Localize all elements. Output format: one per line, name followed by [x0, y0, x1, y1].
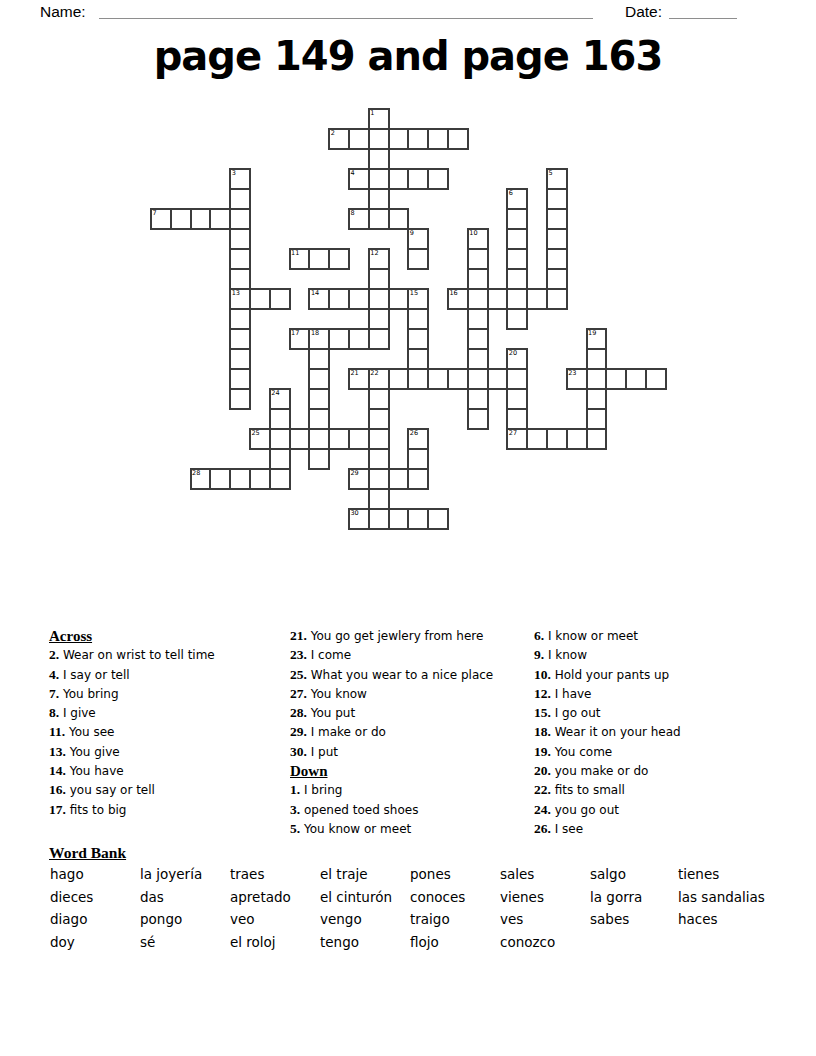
cell-r7c13[interactable] [408, 249, 428, 269]
cell-number: 13 [232, 290, 240, 297]
clue-across-14: 14. You have [49, 763, 287, 782]
cell-r3c11[interactable] [369, 169, 389, 189]
cell-r1c13[interactable] [408, 129, 428, 149]
clue-across-27: 27. You know [290, 686, 532, 705]
clue-text: I make or do [307, 725, 386, 739]
cell-number: 22 [370, 370, 378, 377]
clue-down-18: 18. Wear it on your head [534, 724, 794, 743]
cell-r12c4[interactable] [230, 349, 250, 369]
cell-r7c16[interactable] [468, 249, 488, 269]
clue-across-16: 16. you say or tell [49, 782, 287, 801]
cell-r16c11[interactable] [369, 429, 389, 449]
word-bank-item: pones [410, 866, 500, 889]
clue-text: Wear on wrist to tell time [59, 648, 215, 662]
cell-r1c14[interactable] [428, 129, 448, 149]
clue-text: I come [307, 648, 351, 662]
cell-number: 9 [410, 230, 414, 237]
cell-r11c13[interactable] [408, 329, 428, 349]
cell-r13c12[interactable] [389, 369, 409, 389]
cell-r16c8[interactable] [309, 429, 329, 449]
clue-down-12: 12. I have [534, 686, 794, 705]
cell-r18c13[interactable] [408, 469, 428, 489]
word-bank-item: tienes [678, 866, 808, 889]
cell-r8c4[interactable] [230, 269, 250, 289]
word-bank-item: conoces [410, 889, 500, 912]
cell-r14c22[interactable] [587, 389, 607, 409]
cell-number: 2 [331, 130, 335, 137]
clue-text: I bring [300, 783, 342, 797]
cell-r8c18[interactable] [507, 269, 527, 289]
cell-number: 25 [251, 430, 259, 437]
cell-r9c13[interactable]: 15 [408, 289, 428, 309]
cell-r14c6[interactable]: 24 [270, 389, 290, 409]
clue-text: You go get jewlery from here [307, 629, 483, 643]
cell-r8c11[interactable] [369, 269, 389, 289]
cell-number: 28 [192, 470, 200, 477]
clue-text: I give [59, 706, 96, 720]
cell-r9c19[interactable] [527, 289, 547, 309]
cell-r14c16[interactable] [468, 389, 488, 409]
cell-r8c20[interactable] [547, 269, 567, 289]
word-bank-item: veo [230, 911, 320, 934]
cell-r13c18[interactable] [507, 369, 527, 389]
word-bank: hagola joyeríatraesel trajeponessalessal… [50, 866, 808, 956]
cell-r10c4[interactable] [230, 309, 250, 329]
cell-number: 4 [350, 170, 354, 177]
down-header: Down [290, 763, 532, 782]
cell-number: 10 [469, 230, 477, 237]
clue-down-6: 6. I know or meet [534, 628, 794, 647]
cell-r12c13[interactable] [408, 349, 428, 369]
cell-r13c21[interactable]: 23 [567, 369, 587, 389]
clue-text: I have [551, 687, 592, 701]
cell-r7c20[interactable] [547, 249, 567, 269]
clue-number: 26. [534, 821, 551, 836]
cell-r3c12[interactable] [389, 169, 409, 189]
cell-r6c18[interactable] [507, 229, 527, 249]
clue-across-7: 7. You bring [49, 686, 287, 705]
clue-number: 30. [290, 744, 307, 759]
cell-r11c7[interactable]: 17 [290, 329, 310, 349]
clue-number: 3. [290, 802, 300, 817]
cell-number: 19 [588, 330, 596, 337]
word-bank-header: Word Bank [49, 844, 126, 862]
cell-r20c11[interactable] [369, 509, 389, 529]
clue-number: 13. [49, 744, 66, 759]
clue-column-2: 21. You go get jewlery from here23. I co… [290, 628, 532, 840]
cell-r10c16[interactable] [468, 309, 488, 329]
clue-across-13: 13. You give [49, 744, 287, 763]
cell-r18c11[interactable] [369, 469, 389, 489]
cell-r9c15[interactable]: 16 [448, 289, 468, 309]
cell-number: 16 [449, 290, 457, 297]
cell-r15c16[interactable] [468, 409, 488, 429]
cell-number: 14 [311, 290, 319, 297]
cell-r1c9[interactable]: 2 [329, 129, 349, 149]
cell-r5c20[interactable] [547, 209, 567, 229]
clue-number: 15. [534, 705, 551, 720]
cell-r6c13[interactable]: 9 [408, 229, 428, 249]
cell-r1c15[interactable] [448, 129, 468, 149]
cell-r5c3[interactable] [210, 209, 230, 229]
word-bank-item: tengo [320, 934, 410, 957]
cell-r9c9[interactable] [329, 289, 349, 309]
clue-number: 14. [49, 763, 66, 778]
cell-r9c12[interactable] [389, 289, 409, 309]
cell-r18c10[interactable]: 29 [349, 469, 369, 489]
word-bank-item: vienes [500, 889, 590, 912]
cell-r18c12[interactable] [389, 469, 409, 489]
cell-r1c12[interactable] [389, 129, 409, 149]
clue-text: Hold your pants up [551, 668, 669, 682]
cell-r16c6[interactable] [270, 429, 290, 449]
clue-column-3: 6. I know or meet9. I know10. Hold your … [534, 628, 794, 840]
cell-r10c11[interactable] [369, 309, 389, 329]
cell-r16c19[interactable] [527, 429, 547, 449]
word-bank-item: dieces [50, 889, 140, 912]
cell-r11c10[interactable] [349, 329, 369, 349]
clue-number: 9. [534, 647, 544, 662]
cell-r16c22[interactable] [587, 429, 607, 449]
cell-r17c8[interactable] [309, 449, 329, 469]
cell-r7c4[interactable] [230, 249, 250, 269]
cell-r16c20[interactable] [547, 429, 567, 449]
cell-r3c14[interactable] [428, 169, 448, 189]
clue-text: You put [307, 706, 355, 720]
cell-r14c18[interactable] [507, 389, 527, 409]
cell-r3c20[interactable]: 5 [547, 169, 567, 189]
clue-column-1: Across2. Wear on wrist to tell time4. I … [49, 628, 287, 821]
cell-r16c5[interactable]: 25 [250, 429, 270, 449]
clue-number: 5. [290, 821, 300, 836]
cell-r11c8[interactable]: 18 [309, 329, 329, 349]
clue-text: I see [551, 822, 583, 836]
clue-text: You know [307, 687, 367, 701]
word-bank-item: traigo [410, 911, 500, 934]
cell-r13c4[interactable] [230, 369, 250, 389]
clue-text: you say or tell [66, 783, 155, 797]
word-bank-item: doy [50, 934, 140, 957]
cell-r9c17[interactable] [488, 289, 508, 309]
cell-number: 5 [548, 170, 552, 177]
clue-down-1: 1. I bring [290, 782, 532, 801]
cell-r5c0[interactable]: 7 [151, 209, 171, 229]
cell-number: 27 [509, 430, 517, 437]
name-label: Name: [40, 3, 86, 21]
cell-r9c8[interactable]: 14 [309, 289, 329, 309]
cell-r6c16[interactable]: 10 [468, 229, 488, 249]
clue-text: opened toed shoes [300, 803, 418, 817]
cell-r5c1[interactable] [171, 209, 191, 229]
clue-text: you make or do [551, 764, 649, 778]
cell-r9c4[interactable]: 13 [230, 289, 250, 309]
clue-number: 29. [290, 724, 307, 739]
cell-number: 26 [410, 430, 418, 437]
cell-r13c25[interactable] [646, 369, 666, 389]
cell-r7c7[interactable]: 11 [290, 249, 310, 269]
clue-across-25: 25. What you wear to a nice place [290, 667, 532, 686]
clue-number: 10. [534, 667, 551, 682]
cell-r18c3[interactable] [210, 469, 230, 489]
word-bank-item: el traje [320, 866, 410, 889]
clue-text: You come [551, 745, 612, 759]
cell-r5c11[interactable] [369, 209, 389, 229]
cell-r14c4[interactable] [230, 389, 250, 409]
clue-text: fits to small [551, 783, 625, 797]
clue-across-17: 17. fits to big [49, 802, 287, 821]
clue-number: 20. [534, 763, 551, 778]
clue-across-2: 2. Wear on wrist to tell time [49, 647, 287, 666]
cell-number: 12 [370, 250, 378, 257]
cell-r13c16[interactable] [468, 369, 488, 389]
clue-text: I know or meet [544, 629, 638, 643]
cell-r3c13[interactable] [408, 169, 428, 189]
cell-r13c13[interactable] [408, 369, 428, 389]
clue-number: 17. [49, 802, 66, 817]
cell-r15c22[interactable] [587, 409, 607, 429]
cell-r15c18[interactable] [507, 409, 527, 429]
cell-r7c9[interactable] [329, 249, 349, 269]
word-bank-item: ves [500, 911, 590, 934]
cell-number: 20 [509, 350, 517, 357]
clue-number: 27. [290, 686, 307, 701]
cell-number: 1 [370, 110, 374, 117]
cell-r12c16[interactable] [468, 349, 488, 369]
cell-r9c18[interactable] [507, 289, 527, 309]
cell-r16c10[interactable] [349, 429, 369, 449]
clue-text: You give [66, 745, 120, 759]
across-header: Across [49, 628, 287, 647]
cell-number: 11 [291, 250, 299, 257]
cell-r5c4[interactable] [230, 209, 250, 229]
cell-r19c11[interactable] [369, 489, 389, 509]
cell-r4c11[interactable] [369, 189, 389, 209]
cell-number: 29 [350, 470, 358, 477]
cell-r16c21[interactable] [567, 429, 587, 449]
cell-number: 15 [410, 290, 418, 297]
clue-number: 16. [49, 782, 66, 797]
cell-number: 6 [509, 190, 513, 197]
cell-r9c20[interactable] [547, 289, 567, 309]
word-bank-item: das [140, 889, 230, 912]
word-bank-item: sales [500, 866, 590, 889]
cell-r9c6[interactable] [270, 289, 290, 309]
cell-r16c13[interactable]: 26 [408, 429, 428, 449]
clue-down-5: 5. You know or meet [290, 821, 532, 840]
clue-number: 28. [290, 705, 307, 720]
clue-number: 4. [49, 667, 59, 682]
clue-number: 23. [290, 647, 307, 662]
cell-number: 18 [311, 330, 319, 337]
cell-r11c22[interactable]: 19 [587, 329, 607, 349]
word-bank-item: hago [50, 866, 140, 889]
cell-r13c14[interactable] [428, 369, 448, 389]
clue-number: 22. [534, 782, 551, 797]
cell-r7c18[interactable] [507, 249, 527, 269]
word-bank-item: flojo [410, 934, 500, 957]
word-bank-item: salgo [590, 866, 678, 889]
clue-down-24: 24. you go out [534, 802, 794, 821]
cell-r7c11[interactable]: 12 [369, 249, 389, 269]
cell-r13c15[interactable] [448, 369, 468, 389]
cell-r1c11[interactable] [369, 129, 389, 149]
clue-number: 18. [534, 724, 551, 739]
cell-r11c4[interactable] [230, 329, 250, 349]
cell-r13c17[interactable] [488, 369, 508, 389]
clue-across-8: 8. I give [49, 705, 287, 724]
clue-down-9: 9. I know [534, 647, 794, 666]
cell-r10c18[interactable] [507, 309, 527, 329]
word-bank-item: conozco [500, 934, 590, 957]
cell-r9c11[interactable] [369, 289, 389, 309]
date-fill-line[interactable] [669, 2, 737, 19]
clue-across-28: 28. You put [290, 705, 532, 724]
cell-r18c6[interactable] [270, 469, 290, 489]
cell-r6c4[interactable] [230, 229, 250, 249]
word-bank-item: traes [230, 866, 320, 889]
clue-text: I say or tell [59, 668, 130, 682]
word-bank-item: el cinturón [320, 889, 410, 912]
cell-r9c5[interactable] [250, 289, 270, 309]
clue-across-4: 4. I say or tell [49, 667, 287, 686]
cell-r2c11[interactable] [369, 149, 389, 169]
cell-number: 3 [232, 170, 236, 177]
clue-across-11: 11. You see [49, 724, 287, 743]
cell-r9c16[interactable] [468, 289, 488, 309]
clue-text: You see [65, 725, 114, 739]
clue-across-21: 21. You go get jewlery from here [290, 628, 532, 647]
word-bank-item: pongo [140, 911, 230, 934]
clue-across-30: 30. I put [290, 744, 532, 763]
cell-r13c10[interactable]: 21 [349, 369, 369, 389]
cell-r20c12[interactable] [389, 509, 409, 529]
word-bank-item: la joyería [140, 866, 230, 889]
cell-r14c8[interactable] [309, 389, 329, 409]
word-bank-item: el roloj [230, 934, 320, 957]
name-fill-line[interactable] [99, 2, 593, 19]
cell-r13c8[interactable] [309, 369, 329, 389]
crossword-grid: 1234567891011121314151617181920212223242… [151, 109, 666, 529]
clue-number: 24. [534, 802, 551, 817]
clue-text: What you wear to a nice place [307, 668, 493, 682]
cell-r15c11[interactable] [369, 409, 389, 429]
clue-down-10: 10. Hold your pants up [534, 667, 794, 686]
cell-r17c11[interactable] [369, 449, 389, 469]
clue-text: I go out [551, 706, 601, 720]
clue-across-29: 29. I make or do [290, 724, 532, 743]
cell-r8c16[interactable] [468, 269, 488, 289]
cell-r11c9[interactable] [329, 329, 349, 349]
clue-number: 2. [49, 647, 59, 662]
cell-r20c13[interactable] [408, 509, 428, 529]
cell-number: 24 [271, 390, 279, 397]
cell-r15c6[interactable] [270, 409, 290, 429]
cell-r1c10[interactable] [349, 129, 369, 149]
clue-text: You have [66, 764, 124, 778]
clue-text: You bring [59, 687, 118, 701]
clue-down-19: 19. You come [534, 744, 794, 763]
cell-r5c18[interactable] [507, 209, 527, 229]
cell-r18c5[interactable] [250, 469, 270, 489]
clue-number: 21. [290, 628, 307, 643]
clue-text: I know [544, 648, 587, 662]
clue-down-20: 20. you make or do [534, 763, 794, 782]
cell-r10c13[interactable] [408, 309, 428, 329]
word-bank-item: haces [678, 911, 808, 934]
clue-across-23: 23. I come [290, 647, 532, 666]
cell-r17c6[interactable] [270, 449, 290, 469]
cell-r20c14[interactable] [428, 509, 448, 529]
cell-r17c13[interactable] [408, 449, 428, 469]
clue-text: You know or meet [300, 822, 411, 836]
cell-r4c20[interactable] [547, 189, 567, 209]
cell-number: 30 [350, 510, 358, 517]
clue-number: 6. [534, 628, 544, 643]
cell-r4c4[interactable] [230, 189, 250, 209]
cell-r13c23[interactable] [606, 369, 626, 389]
word-bank-item: vengo [320, 911, 410, 934]
cell-r4c18[interactable]: 6 [507, 189, 527, 209]
cell-r18c2[interactable]: 28 [191, 469, 211, 489]
page-title: page 149 and page 163 [0, 33, 816, 79]
clue-number: 11. [49, 724, 65, 739]
cell-r3c10[interactable]: 4 [349, 169, 369, 189]
word-bank-item: las sandalias [678, 889, 808, 912]
cell-r15c8[interactable] [309, 409, 329, 429]
cell-r13c24[interactable] [626, 369, 646, 389]
clue-text: fits to big [66, 803, 127, 817]
clue-number: 12. [534, 686, 551, 701]
cell-r16c9[interactable] [329, 429, 349, 449]
clue-down-22: 22. fits to small [534, 782, 794, 801]
word-bank-item: sabes [590, 911, 678, 934]
word-bank-item: apretado [230, 889, 320, 912]
cell-number: 17 [291, 330, 299, 337]
word-bank-item: la gorra [590, 889, 678, 912]
cell-r5c10[interactable]: 8 [349, 209, 369, 229]
cell-r9c10[interactable] [349, 289, 369, 309]
clue-number: 7. [49, 686, 59, 701]
cell-r12c18[interactable]: 20 [507, 349, 527, 369]
cell-number: 21 [350, 370, 358, 377]
cell-r5c12[interactable] [389, 209, 409, 229]
clue-number: 8. [49, 705, 59, 720]
cell-r11c11[interactable] [369, 329, 389, 349]
cell-r12c8[interactable] [309, 349, 329, 369]
cell-r3c4[interactable]: 3 [230, 169, 250, 189]
cell-r6c20[interactable] [547, 229, 567, 249]
cell-r14c11[interactable] [369, 389, 389, 409]
cell-r13c11[interactable]: 22 [369, 369, 389, 389]
cell-r13c22[interactable] [587, 369, 607, 389]
cell-r20c10[interactable]: 30 [349, 509, 369, 529]
word-bank-item: sé [140, 934, 230, 957]
cell-number: 8 [350, 210, 354, 217]
cell-r12c22[interactable] [587, 349, 607, 369]
cell-r11c16[interactable] [468, 329, 488, 349]
cell-r7c8[interactable] [309, 249, 329, 269]
cell-r5c2[interactable] [191, 209, 211, 229]
cell-r18c4[interactable] [230, 469, 250, 489]
date-label: Date: [625, 3, 662, 21]
clue-text: Wear it on your head [551, 725, 681, 739]
cell-r0c11[interactable]: 1 [369, 109, 389, 129]
clue-down-3: 3. opened toed shoes [290, 802, 532, 821]
word-bank-item: diago [50, 911, 140, 934]
cell-r16c18[interactable]: 27 [507, 429, 527, 449]
cell-r16c7[interactable] [290, 429, 310, 449]
clue-number: 25. [290, 667, 307, 682]
